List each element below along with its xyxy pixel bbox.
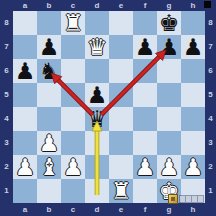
square-a3	[13, 131, 37, 155]
rank-label-8: 8	[2, 18, 12, 28]
square-f8	[133, 11, 157, 35]
square-h5	[181, 83, 205, 107]
square-e6	[109, 59, 133, 83]
white-queen-d7: ♛	[85, 35, 109, 59]
square-a1	[13, 179, 37, 203]
file-label-b: b	[44, 205, 54, 215]
rank-label-2: 2	[206, 162, 216, 172]
square-f3	[133, 131, 157, 155]
square-a8	[13, 11, 37, 35]
black-queen-d4: ♛	[85, 107, 109, 131]
white-pawn-h2: ♟	[181, 155, 205, 179]
black-to-move-indicator	[204, 1, 211, 8]
square-a4	[13, 107, 37, 131]
file-label-a: a	[20, 205, 30, 215]
rank-label-5: 5	[206, 90, 216, 100]
square-b4	[37, 107, 61, 131]
file-label-f: f	[140, 1, 150, 11]
chess-diagram: abcdefgh abcdefgh 87654321 87654321 ♜♚♟♛…	[0, 0, 216, 216]
rank-label-6: 6	[2, 66, 12, 76]
watermark-seal-icon	[168, 194, 178, 204]
rank-label-4: 4	[206, 114, 216, 124]
watermark-text-blocks	[179, 195, 204, 203]
black-pawn-g7: ♟	[157, 35, 181, 59]
black-pawn-f7: ♟	[133, 35, 157, 59]
rank-label-1: 1	[206, 186, 216, 196]
rank-label-5: 5	[2, 90, 12, 100]
square-e2	[109, 155, 133, 179]
white-pawn-g2: ♟	[157, 155, 181, 179]
square-a7	[13, 35, 37, 59]
square-c1	[61, 179, 85, 203]
white-pawn-a2: ♟	[13, 155, 37, 179]
file-label-d: d	[92, 1, 102, 11]
square-h6	[181, 59, 205, 83]
square-c3	[61, 131, 85, 155]
black-pawn-h7: ♟	[181, 35, 205, 59]
square-d8	[85, 11, 109, 35]
rank-label-3: 3	[2, 138, 12, 148]
square-d6	[85, 59, 109, 83]
square-f6	[133, 59, 157, 83]
square-d3	[85, 131, 109, 155]
square-g4	[157, 107, 181, 131]
file-label-h: h	[188, 205, 198, 215]
square-c7	[61, 35, 85, 59]
square-e3	[109, 131, 133, 155]
square-e5	[109, 83, 133, 107]
square-d1	[85, 179, 109, 203]
square-g5	[157, 83, 181, 107]
square-g3	[157, 131, 181, 155]
square-h4	[181, 107, 205, 131]
black-king-g8: ♚	[157, 11, 181, 35]
file-label-e: e	[116, 205, 126, 215]
white-bishop-b2: ♝	[37, 155, 61, 179]
square-g6	[157, 59, 181, 83]
rank-label-4: 4	[2, 114, 12, 124]
black-pawn-a6: ♟	[13, 59, 37, 83]
white-pawn-f2: ♟	[133, 155, 157, 179]
file-label-c: c	[68, 1, 78, 11]
watermark	[168, 193, 204, 204]
rank-label-8: 8	[206, 18, 216, 28]
square-b1	[37, 179, 61, 203]
black-pawn-d5: ♟	[85, 83, 109, 107]
white-rook-c8: ♜	[61, 11, 85, 35]
square-f4	[133, 107, 157, 131]
square-b5	[37, 83, 61, 107]
file-label-f: f	[140, 205, 150, 215]
file-label-d: d	[92, 205, 102, 215]
rank-label-2: 2	[2, 162, 12, 172]
square-h8	[181, 11, 205, 35]
square-b8	[37, 11, 61, 35]
square-f1	[133, 179, 157, 203]
square-c6	[61, 59, 85, 83]
rank-label-3: 3	[206, 138, 216, 148]
square-c4	[61, 107, 85, 131]
rank-label-7: 7	[2, 42, 12, 52]
file-label-e: e	[116, 1, 126, 11]
square-f5	[133, 83, 157, 107]
file-label-b: b	[44, 1, 54, 11]
rank-label-1: 1	[2, 186, 12, 196]
square-a5	[13, 83, 37, 107]
square-d2	[85, 155, 109, 179]
white-pawn-c2: ♟	[61, 155, 85, 179]
file-label-h: h	[188, 1, 198, 11]
square-e7	[109, 35, 133, 59]
black-pawn-b7: ♟	[37, 35, 61, 59]
square-h3	[181, 131, 205, 155]
square-c5	[61, 83, 85, 107]
white-rook-e1: ♜	[109, 179, 133, 203]
square-e4	[109, 107, 133, 131]
file-label-g: g	[164, 1, 174, 11]
file-label-g: g	[164, 205, 174, 215]
black-knight-b6: ♞	[37, 59, 61, 83]
file-label-a: a	[20, 1, 30, 11]
square-e8	[109, 11, 133, 35]
rank-label-6: 6	[206, 66, 216, 76]
file-label-c: c	[68, 205, 78, 215]
white-pawn-b3: ♟	[37, 131, 61, 155]
rank-label-7: 7	[206, 42, 216, 52]
